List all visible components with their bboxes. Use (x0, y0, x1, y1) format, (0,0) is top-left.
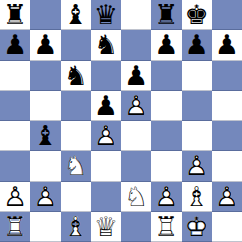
piece-solid-layer: ♟ (91, 91, 121, 121)
square-b8[interactable] (30, 0, 60, 30)
square-d5[interactable]: ♟ (91, 91, 121, 121)
square-e3[interactable] (121, 151, 151, 181)
piece-outline-layer: ♙ (212, 182, 242, 212)
piece-black-queen[interactable]: ♛ (91, 0, 121, 30)
piece-white-king[interactable]: ♚♔ (182, 212, 212, 242)
square-h7[interactable]: ♟ (212, 30, 242, 60)
square-a8[interactable]: ♜ (0, 0, 30, 30)
piece-white-rook[interactable]: ♜♖ (0, 212, 30, 242)
square-a4[interactable] (0, 121, 30, 151)
piece-solid-layer: ♟ (182, 30, 212, 60)
square-d7[interactable]: ♞ (91, 30, 121, 60)
piece-outline-layer: ♙ (182, 151, 212, 181)
piece-white-rook[interactable]: ♜♖ (151, 212, 181, 242)
piece-solid-layer: ♟ (0, 30, 30, 60)
square-b7[interactable]: ♟ (30, 30, 60, 60)
piece-outline-layer: ♗ (182, 182, 212, 212)
square-e4[interactable] (121, 121, 151, 151)
square-c7[interactable] (61, 30, 91, 60)
piece-outline-layer: ♙ (30, 182, 60, 212)
square-g4[interactable] (182, 121, 212, 151)
piece-outline-layer: ♖ (0, 212, 30, 242)
piece-white-pawn[interactable]: ♟♙ (121, 91, 151, 121)
piece-black-bishop[interactable]: ♝ (61, 0, 91, 30)
square-e8[interactable] (121, 0, 151, 30)
square-e6[interactable]: ♟ (121, 61, 151, 91)
piece-black-pawn[interactable]: ♟ (182, 30, 212, 60)
piece-white-pawn[interactable]: ♟♙ (151, 182, 181, 212)
square-e5[interactable]: ♟♙ (121, 91, 151, 121)
square-d8[interactable]: ♛ (91, 0, 121, 30)
square-f1[interactable]: ♜♖ (151, 212, 181, 242)
square-d6[interactable] (91, 61, 121, 91)
square-f8[interactable]: ♜ (151, 0, 181, 30)
square-a7[interactable]: ♟ (0, 30, 30, 60)
square-f2[interactable]: ♟♙ (151, 182, 181, 212)
square-f7[interactable]: ♟ (151, 30, 181, 60)
square-c1[interactable]: ♝♗ (61, 212, 91, 242)
piece-outline-layer: ♙ (151, 182, 181, 212)
square-h1[interactable] (212, 212, 242, 242)
square-c5[interactable] (61, 91, 91, 121)
square-g8[interactable]: ♚ (182, 0, 212, 30)
square-e2[interactable]: ♞♘ (121, 182, 151, 212)
square-f3[interactable] (151, 151, 181, 181)
square-c8[interactable]: ♝ (61, 0, 91, 30)
piece-outline-layer: ♖ (151, 212, 181, 242)
piece-white-pawn[interactable]: ♟♙ (91, 121, 121, 151)
square-c2[interactable] (61, 182, 91, 212)
piece-white-knight[interactable]: ♞♘ (121, 182, 151, 212)
chess-board: ♜♝♛♜♚♟♟♞♟♟♟♞♟♟♟♙♝♟♙♞♘♟♙♟♙♟♙♞♘♟♙♝♗♟♙♜♖♝♗♛… (0, 0, 242, 242)
piece-solid-layer: ♝ (30, 121, 60, 151)
piece-outline-layer: ♔ (182, 212, 212, 242)
piece-black-knight[interactable]: ♞ (61, 61, 91, 91)
square-f5[interactable] (151, 91, 181, 121)
piece-solid-layer: ♛ (91, 0, 121, 30)
piece-black-rook[interactable]: ♜ (151, 0, 181, 30)
piece-white-bishop[interactable]: ♝♗ (61, 212, 91, 242)
piece-solid-layer: ♟ (30, 30, 60, 60)
piece-solid-layer: ♟ (151, 30, 181, 60)
square-e7[interactable] (121, 30, 151, 60)
square-b6[interactable] (30, 61, 60, 91)
piece-black-rook[interactable]: ♜ (0, 0, 30, 30)
square-d3[interactable] (91, 151, 121, 181)
square-c6[interactable]: ♞ (61, 61, 91, 91)
piece-outline-layer: ♙ (0, 182, 30, 212)
piece-white-pawn[interactable]: ♟♙ (212, 182, 242, 212)
square-c3[interactable]: ♞♘ (61, 151, 91, 181)
piece-black-pawn[interactable]: ♟ (91, 91, 121, 121)
piece-white-queen[interactable]: ♛♕ (91, 212, 121, 242)
piece-black-knight[interactable]: ♞ (91, 30, 121, 60)
square-a2[interactable]: ♟♙ (0, 182, 30, 212)
square-h6[interactable] (212, 61, 242, 91)
piece-solid-layer: ♜ (151, 0, 181, 30)
square-g7[interactable]: ♟ (182, 30, 212, 60)
square-e1[interactable] (121, 212, 151, 242)
piece-black-bishop[interactable]: ♝ (30, 121, 60, 151)
piece-outline-layer: ♙ (121, 91, 151, 121)
piece-black-pawn[interactable]: ♟ (151, 30, 181, 60)
piece-solid-layer: ♝ (61, 0, 91, 30)
piece-black-pawn[interactable]: ♟ (30, 30, 60, 60)
piece-black-pawn[interactable]: ♟ (212, 30, 242, 60)
square-h2[interactable]: ♟♙ (212, 182, 242, 212)
square-g1[interactable]: ♚♔ (182, 212, 212, 242)
square-a6[interactable] (0, 61, 30, 91)
square-h8[interactable] (212, 0, 242, 30)
piece-white-pawn[interactable]: ♟♙ (182, 151, 212, 181)
piece-white-bishop[interactable]: ♝♗ (182, 182, 212, 212)
square-f6[interactable] (151, 61, 181, 91)
square-g5[interactable] (182, 91, 212, 121)
piece-outline-layer: ♗ (61, 212, 91, 242)
piece-white-pawn[interactable]: ♟♙ (30, 182, 60, 212)
square-h4[interactable] (212, 121, 242, 151)
square-g6[interactable] (182, 61, 212, 91)
piece-solid-layer: ♚ (182, 0, 212, 30)
piece-solid-layer: ♟ (121, 61, 151, 91)
square-c4[interactable] (61, 121, 91, 151)
piece-solid-layer: ♟ (212, 30, 242, 60)
square-d1[interactable]: ♛♕ (91, 212, 121, 242)
piece-white-pawn[interactable]: ♟♙ (0, 182, 30, 212)
square-b3[interactable] (30, 151, 60, 181)
piece-outline-layer: ♕ (91, 212, 121, 242)
square-a5[interactable] (0, 91, 30, 121)
piece-black-pawn[interactable]: ♟ (0, 30, 30, 60)
square-h5[interactable] (212, 91, 242, 121)
square-b1[interactable] (30, 212, 60, 242)
square-b2[interactable]: ♟♙ (30, 182, 60, 212)
square-d2[interactable] (91, 182, 121, 212)
square-b5[interactable] (30, 91, 60, 121)
piece-solid-layer: ♞ (61, 61, 91, 91)
piece-white-knight[interactable]: ♞♘ (61, 151, 91, 181)
piece-outline-layer: ♘ (121, 182, 151, 212)
square-g3[interactable]: ♟♙ (182, 151, 212, 181)
square-h3[interactable] (212, 151, 242, 181)
square-b4[interactable]: ♝ (30, 121, 60, 151)
piece-black-king[interactable]: ♚ (182, 0, 212, 30)
piece-black-pawn[interactable]: ♟ (121, 61, 151, 91)
piece-outline-layer: ♘ (61, 151, 91, 181)
square-d4[interactable]: ♟♙ (91, 121, 121, 151)
square-f4[interactable] (151, 121, 181, 151)
piece-solid-layer: ♞ (91, 30, 121, 60)
square-a3[interactable] (0, 151, 30, 181)
piece-solid-layer: ♜ (0, 0, 30, 30)
piece-outline-layer: ♙ (91, 121, 121, 151)
square-g2[interactable]: ♝♗ (182, 182, 212, 212)
square-a1[interactable]: ♜♖ (0, 212, 30, 242)
